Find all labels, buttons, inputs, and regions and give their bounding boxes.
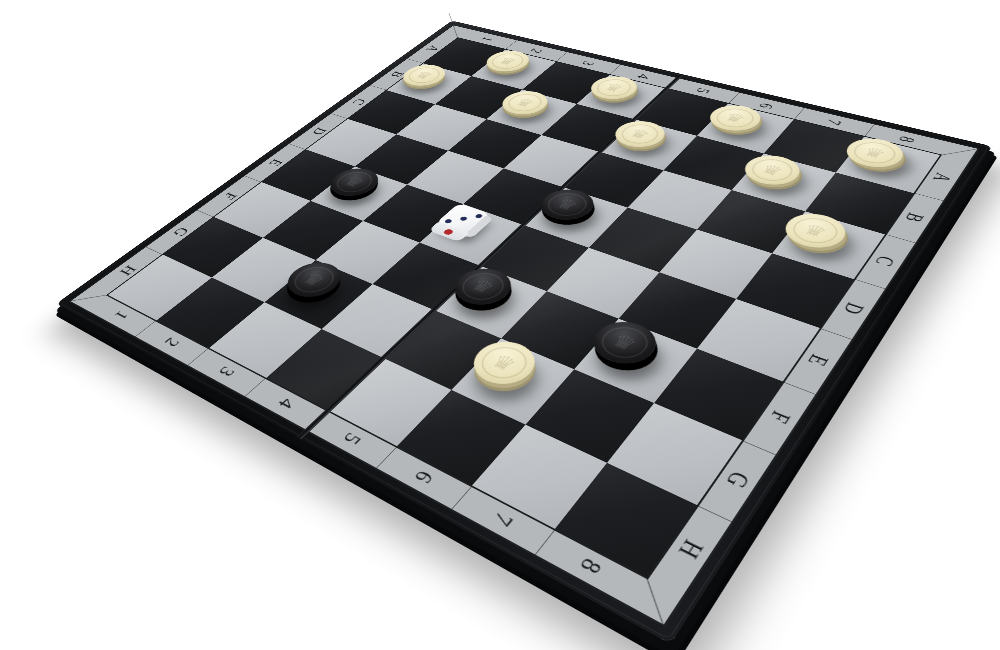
checker-black-E2[interactable] xyxy=(321,164,388,201)
checker-white-B5[interactable] xyxy=(607,117,674,152)
checker-white-B7[interactable] xyxy=(736,151,808,190)
die-on-E4[interactable] xyxy=(436,203,491,235)
checker-black-F7[interactable] xyxy=(582,315,666,372)
checker-white-B3[interactable] xyxy=(494,87,556,118)
folding-checkers-board: 12345678 12345678 ABCDEFGH ABCDEFGH xyxy=(108,38,940,577)
checker-white-G6[interactable] xyxy=(462,334,546,392)
checker-black-F5[interactable] xyxy=(444,262,521,311)
die-front-face xyxy=(428,222,469,242)
die-top-pip xyxy=(444,219,453,224)
die-side-face xyxy=(464,215,494,238)
product-photo-stage: 12345678 12345678 ABCDEFGH ABCDEFGH xyxy=(0,0,1000,650)
die-front-pip xyxy=(442,228,454,235)
die-top-pip xyxy=(459,216,468,221)
checker-black-G3[interactable] xyxy=(277,257,351,304)
checker-black-D5[interactable] xyxy=(531,184,603,225)
checker-white-C8[interactable] xyxy=(776,208,854,254)
